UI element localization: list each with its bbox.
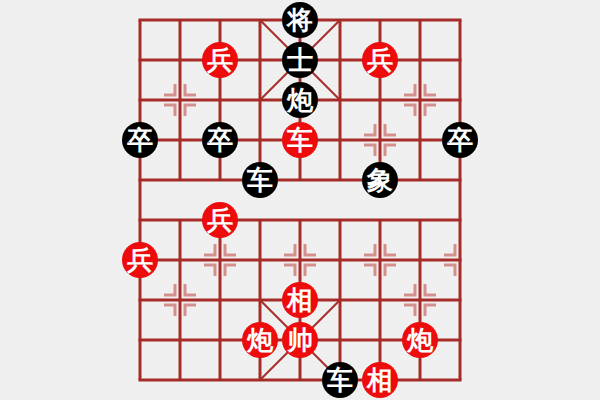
red-elephant[interactable]: 相 bbox=[362, 362, 398, 398]
black-soldier[interactable]: 卒 bbox=[442, 122, 478, 158]
red-general[interactable]: 帅 bbox=[282, 322, 318, 358]
red-chariot[interactable]: 车 bbox=[282, 122, 318, 158]
black-chariot[interactable]: 车 bbox=[322, 362, 358, 398]
red-soldier[interactable]: 兵 bbox=[202, 42, 238, 78]
black-elephant[interactable]: 象 bbox=[362, 162, 398, 198]
red-soldier[interactable]: 兵 bbox=[362, 42, 398, 78]
red-soldier[interactable]: 兵 bbox=[202, 202, 238, 238]
black-soldier[interactable]: 卒 bbox=[122, 122, 158, 158]
black-advisor[interactable]: 士 bbox=[282, 42, 318, 78]
red-cannon[interactable]: 炮 bbox=[402, 322, 438, 358]
piece-layer: 将士炮卒卒卒车象车兵兵车兵兵相炮帅炮相 bbox=[120, 0, 480, 400]
red-cannon[interactable]: 炮 bbox=[242, 322, 278, 358]
red-elephant[interactable]: 相 bbox=[282, 282, 318, 318]
xiangqi-board: 将士炮卒卒卒车象车兵兵车兵兵相炮帅炮相 bbox=[0, 0, 600, 400]
black-chariot[interactable]: 车 bbox=[242, 162, 278, 198]
red-soldier[interactable]: 兵 bbox=[122, 242, 158, 278]
black-soldier[interactable]: 卒 bbox=[202, 122, 238, 158]
black-cannon[interactable]: 炮 bbox=[282, 82, 318, 118]
black-general[interactable]: 将 bbox=[282, 2, 318, 38]
